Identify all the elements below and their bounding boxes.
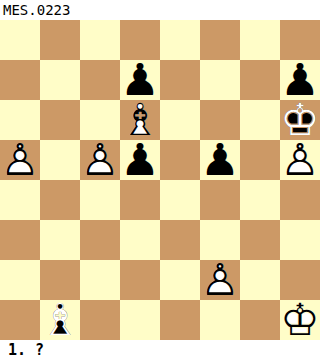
square-f3[interactable] [200,220,240,260]
square-e8[interactable] [160,20,200,60]
square-f6[interactable] [200,100,240,140]
square-a8[interactable] [0,20,40,60]
square-d2[interactable] [120,260,160,300]
square-d7[interactable]: ♟ [120,60,160,100]
white-pawn[interactable]: ♟♙ [0,140,40,180]
white-pawn[interactable]: ♟♙ [280,140,320,180]
black-pawn[interactable]: ♟ [120,140,160,180]
black-pawn[interactable]: ♟ [280,60,320,100]
square-h1[interactable]: ♚♔ [280,300,320,340]
square-b4[interactable] [40,180,80,220]
piece-outline-glyph: ♔ [280,300,320,340]
square-h5[interactable]: ♟♙ [280,140,320,180]
piece-outline-glyph: ♙ [0,140,40,180]
square-h8[interactable] [280,20,320,60]
square-c4[interactable] [80,180,120,220]
square-f2[interactable]: ♟♙ [200,260,240,300]
square-d5[interactable]: ♟ [120,140,160,180]
square-d1[interactable] [120,300,160,340]
square-g5[interactable] [240,140,280,180]
piece-outline-glyph: ♗ [120,100,160,140]
square-g8[interactable] [240,20,280,60]
square-f4[interactable] [200,180,240,220]
square-c5[interactable]: ♟♙ [80,140,120,180]
black-pawn[interactable]: ♟ [200,140,240,180]
square-d6[interactable]: ♝♗ [120,100,160,140]
square-g7[interactable] [240,60,280,100]
piece-fill-glyph: ♚ [280,100,320,140]
square-b8[interactable] [40,20,80,60]
square-e7[interactable] [160,60,200,100]
square-b1[interactable]: ♝♗ [40,300,80,340]
black-pawn[interactable]: ♟ [120,60,160,100]
piece-fill-glyph: ♚ [280,300,320,340]
square-h2[interactable] [280,260,320,300]
square-f1[interactable] [200,300,240,340]
square-g2[interactable] [240,260,280,300]
piece-outline-glyph: ♙ [80,140,120,180]
square-c3[interactable] [80,220,120,260]
square-b3[interactable] [40,220,80,260]
square-d3[interactable] [120,220,160,260]
square-d4[interactable] [120,180,160,220]
square-h7[interactable]: ♟ [280,60,320,100]
white-bishop[interactable]: ♝♗ [120,100,160,140]
square-b5[interactable] [40,140,80,180]
square-a4[interactable] [0,180,40,220]
square-c6[interactable] [80,100,120,140]
square-c1[interactable] [80,300,120,340]
piece-outline-glyph: ♙ [280,140,320,180]
black-king[interactable]: ♚♔ [280,100,320,140]
square-c7[interactable] [80,60,120,100]
square-d8[interactable] [120,20,160,60]
square-g6[interactable] [240,100,280,140]
piece-fill-glyph: ♟ [120,140,160,180]
square-h6[interactable]: ♚♔ [280,100,320,140]
piece-detail-glyph: ♗ [40,300,80,340]
square-c2[interactable] [80,260,120,300]
square-g3[interactable] [240,220,280,260]
piece-fill-glyph: ♟ [200,260,240,300]
square-e2[interactable] [160,260,200,300]
square-e5[interactable] [160,140,200,180]
square-a6[interactable] [0,100,40,140]
piece-fill-glyph: ♟ [120,60,160,100]
square-b7[interactable] [40,60,80,100]
square-g1[interactable] [240,300,280,340]
square-e4[interactable] [160,180,200,220]
piece-fill-glyph: ♟ [200,140,240,180]
white-king[interactable]: ♚♔ [280,300,320,340]
piece-fill-glyph: ♟ [280,140,320,180]
square-f7[interactable] [200,60,240,100]
square-e3[interactable] [160,220,200,260]
square-g4[interactable] [240,180,280,220]
square-e1[interactable] [160,300,200,340]
square-b2[interactable] [40,260,80,300]
piece-detail-glyph: ♔ [280,100,320,140]
square-h3[interactable] [280,220,320,260]
square-c8[interactable] [80,20,120,60]
chess-board: ♟♟♝♗♚♔♟♙♟♙♟♟♟♙♟♙♝♗♚♔ [0,20,320,340]
black-bishop[interactable]: ♝♗ [40,300,80,340]
piece-fill-glyph: ♟ [0,140,40,180]
square-f8[interactable] [200,20,240,60]
diagram-title: MES.0223 [0,0,320,20]
move-prompt: 1. ? [0,340,320,360]
square-a7[interactable] [0,60,40,100]
square-h4[interactable] [280,180,320,220]
square-a3[interactable] [0,220,40,260]
square-a5[interactable]: ♟♙ [0,140,40,180]
white-pawn[interactable]: ♟♙ [200,260,240,300]
piece-fill-glyph: ♝ [120,100,160,140]
square-b6[interactable] [40,100,80,140]
square-f5[interactable]: ♟ [200,140,240,180]
white-pawn[interactable]: ♟♙ [80,140,120,180]
square-a2[interactable] [0,260,40,300]
square-e6[interactable] [160,100,200,140]
square-a1[interactable] [0,300,40,340]
piece-fill-glyph: ♟ [80,140,120,180]
piece-fill-glyph: ♟ [280,60,320,100]
piece-fill-glyph: ♝ [40,300,80,340]
piece-outline-glyph: ♙ [200,260,240,300]
